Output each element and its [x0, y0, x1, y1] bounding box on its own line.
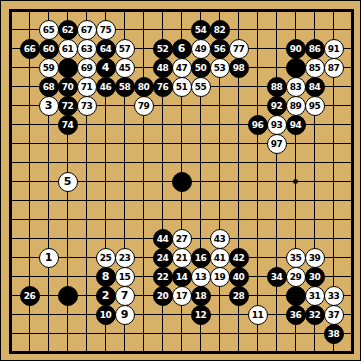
- stone-black-2[interactable]: 2: [96, 286, 116, 306]
- stone-white-47[interactable]: 47: [172, 58, 192, 78]
- stone-white-43[interactable]: 43: [210, 229, 230, 249]
- stone-white-83[interactable]: 83: [286, 77, 306, 97]
- stone-black-86[interactable]: 86: [305, 39, 325, 59]
- stone-white-7[interactable]: 7: [115, 286, 135, 306]
- stone-black-68[interactable]: 68: [39, 77, 59, 97]
- stone-black-82[interactable]: 82: [210, 20, 230, 40]
- stone-white-73[interactable]: 73: [77, 96, 97, 116]
- stone-black-94[interactable]: 94: [286, 115, 306, 135]
- stone-black-70[interactable]: 70: [58, 77, 78, 97]
- stone-white-65[interactable]: 65: [39, 20, 59, 40]
- stone-black-26[interactable]: 26: [20, 286, 40, 306]
- stone-white-15[interactable]: 15: [115, 267, 135, 287]
- stone-black-60[interactable]: 60: [39, 39, 59, 59]
- stone-black-88[interactable]: 88: [267, 77, 287, 97]
- stone-black-6[interactable]: 6: [172, 39, 192, 59]
- stone-white-5[interactable]: 5: [58, 172, 78, 192]
- stone-white-89[interactable]: 89: [286, 96, 306, 116]
- stone-black-72[interactable]: 72: [58, 96, 78, 116]
- stone-white-97[interactable]: 97: [267, 134, 287, 154]
- stone-white-33[interactable]: 33: [324, 286, 344, 306]
- stone-black-92[interactable]: 92: [267, 96, 287, 116]
- stone-white-9[interactable]: 9: [115, 305, 135, 325]
- handicap-stone-black[interactable]: [172, 172, 192, 192]
- stone-black-46[interactable]: 46: [96, 77, 116, 97]
- stone-white-93[interactable]: 93: [267, 115, 287, 135]
- stone-white-35[interactable]: 35: [286, 248, 306, 268]
- stone-white-79[interactable]: 79: [134, 96, 154, 116]
- handicap-stone-black[interactable]: [286, 286, 306, 306]
- stone-black-20[interactable]: 20: [153, 286, 173, 306]
- go-board: 1234567891011121314151617181920212223242…: [0, 0, 361, 361]
- stone-white-71[interactable]: 71: [77, 77, 97, 97]
- stone-white-49[interactable]: 49: [191, 39, 211, 59]
- stone-black-62[interactable]: 62: [58, 20, 78, 40]
- stone-black-36[interactable]: 36: [286, 305, 306, 325]
- stone-white-13[interactable]: 13: [191, 267, 211, 287]
- stone-white-77[interactable]: 77: [229, 39, 249, 59]
- stone-white-19[interactable]: 19: [210, 267, 230, 287]
- stone-black-84[interactable]: 84: [305, 77, 325, 97]
- stone-black-90[interactable]: 90: [286, 39, 306, 59]
- stone-black-38[interactable]: 38: [324, 324, 344, 344]
- stone-white-57[interactable]: 57: [115, 39, 135, 59]
- stone-white-23[interactable]: 23: [115, 248, 135, 268]
- stone-black-96[interactable]: 96: [248, 115, 268, 135]
- stone-black-42[interactable]: 42: [229, 248, 249, 268]
- stone-white-3[interactable]: 3: [39, 96, 59, 116]
- stone-black-74[interactable]: 74: [58, 115, 78, 135]
- stone-white-41[interactable]: 41: [210, 248, 230, 268]
- stone-black-32[interactable]: 32: [305, 305, 325, 325]
- stone-black-54[interactable]: 54: [191, 20, 211, 40]
- stone-black-52[interactable]: 52: [153, 39, 173, 59]
- stone-white-67[interactable]: 67: [77, 20, 97, 40]
- stone-white-59[interactable]: 59: [39, 58, 59, 78]
- stone-white-87[interactable]: 87: [324, 58, 344, 78]
- stone-white-37[interactable]: 37: [324, 305, 344, 325]
- stone-white-1[interactable]: 1: [39, 248, 59, 268]
- handicap-stone-black[interactable]: [286, 58, 306, 78]
- stone-black-24[interactable]: 24: [153, 248, 173, 268]
- stone-white-61[interactable]: 61: [58, 39, 78, 59]
- star-point: [294, 180, 298, 184]
- stone-black-76[interactable]: 76: [153, 77, 173, 97]
- stone-black-48[interactable]: 48: [153, 58, 173, 78]
- stone-white-85[interactable]: 85: [305, 58, 325, 78]
- stone-white-69[interactable]: 69: [77, 58, 97, 78]
- stone-white-55[interactable]: 55: [191, 77, 211, 97]
- handicap-stone-black[interactable]: [58, 286, 78, 306]
- stone-black-80[interactable]: 80: [134, 77, 154, 97]
- stone-white-95[interactable]: 95: [305, 96, 325, 116]
- handicap-stone-black[interactable]: [58, 58, 78, 78]
- stone-white-27[interactable]: 27: [172, 229, 192, 249]
- stone-black-44[interactable]: 44: [153, 229, 173, 249]
- stone-black-16[interactable]: 16: [191, 248, 211, 268]
- stone-black-8[interactable]: 8: [96, 267, 116, 287]
- stone-black-56[interactable]: 56: [210, 39, 230, 59]
- stone-white-31[interactable]: 31: [305, 286, 325, 306]
- stone-white-17[interactable]: 17: [172, 286, 192, 306]
- stone-black-12[interactable]: 12: [191, 305, 211, 325]
- stone-black-10[interactable]: 10: [96, 305, 116, 325]
- stone-black-22[interactable]: 22: [153, 267, 173, 287]
- stone-black-50[interactable]: 50: [191, 58, 211, 78]
- stone-white-75[interactable]: 75: [96, 20, 116, 40]
- stone-white-29[interactable]: 29: [286, 267, 306, 287]
- stone-black-18[interactable]: 18: [191, 286, 211, 306]
- stone-white-11[interactable]: 11: [248, 305, 268, 325]
- stone-black-98[interactable]: 98: [229, 58, 249, 78]
- stone-black-40[interactable]: 40: [229, 267, 249, 287]
- stone-white-51[interactable]: 51: [172, 77, 192, 97]
- stone-black-30[interactable]: 30: [305, 267, 325, 287]
- stone-black-66[interactable]: 66: [20, 39, 40, 59]
- stone-white-45[interactable]: 45: [115, 58, 135, 78]
- stone-black-14[interactable]: 14: [172, 267, 192, 287]
- stone-white-25[interactable]: 25: [96, 248, 116, 268]
- stone-white-53[interactable]: 53: [210, 58, 230, 78]
- stone-white-63[interactable]: 63: [77, 39, 97, 59]
- stone-black-64[interactable]: 64: [96, 39, 116, 59]
- stone-white-91[interactable]: 91: [324, 39, 344, 59]
- stone-black-58[interactable]: 58: [115, 77, 135, 97]
- stone-black-28[interactable]: 28: [229, 286, 249, 306]
- stone-black-34[interactable]: 34: [267, 267, 287, 287]
- stone-white-39[interactable]: 39: [305, 248, 325, 268]
- stone-white-21[interactable]: 21: [172, 248, 192, 268]
- stone-black-4[interactable]: 4: [96, 58, 116, 78]
